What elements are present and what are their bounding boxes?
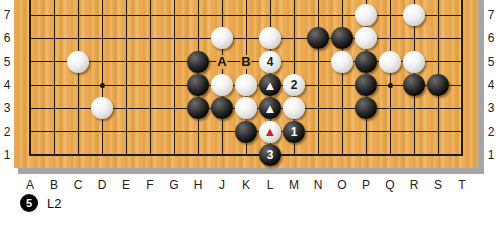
grid-line-vertical-N [318,0,319,156]
column-label-G: G [169,179,178,191]
row-label-right-3: 3 [488,102,495,114]
triangle-mark: ▲ [264,78,277,91]
stone-white-L2: ▲ [259,121,281,143]
column-label-A: A [26,179,34,191]
column-label-P: P [362,179,370,191]
row-label-right-1: 1 [488,149,495,161]
grid-line-horizontal-1 [29,154,463,156]
stone-white-K4 [235,74,257,96]
column-label-D: D [98,179,107,191]
stone-black-L1: 3 [259,144,281,166]
column-label-T: T [458,179,465,191]
grid-line-vertical-D [102,0,103,156]
column-label-R: R [410,179,419,191]
column-label-H: H [194,179,203,191]
column-label-K: K [242,179,250,191]
column-label-C: C [74,179,83,191]
row-label-right-5: 5 [488,56,495,68]
grid-line-vertical-E [126,0,127,156]
stone-white-P7 [355,4,377,26]
stone-white-M4: 2 [283,74,305,96]
board-shadow-right [478,0,484,174]
move-caption: 5 L2 [20,194,61,212]
column-label-Q: Q [385,179,394,191]
column-label-J: J [219,179,225,191]
row-label-right-4: 4 [488,79,495,91]
row-label-left-2: 2 [4,126,11,138]
point-label-B: B [240,55,251,69]
caption-location: L2 [47,196,61,211]
column-label-O: O [337,179,346,191]
grid-line-vertical-B [54,0,55,156]
stone-black-R4 [403,74,425,96]
point-label-A: A [216,55,227,69]
column-label-B: B [50,179,58,191]
grid-line-vertical-G [174,0,175,156]
stone-black-H4 [187,74,209,96]
grid-line-vertical-Q [390,0,391,156]
column-label-N: N [314,179,323,191]
stone-white-J4 [211,74,233,96]
triangle-mark: ▲ [264,101,277,114]
grid-line-vertical-C [78,0,79,156]
go-diagram-page: 77665544332211ABCDEFGHJKLMNOPQRST 4▲2▲▲1… [0,0,500,230]
stone-black-M2: 1 [283,121,305,143]
grid-line-vertical-O [342,0,343,156]
stone-white-O5 [331,51,353,73]
grid-line-horizontal-6 [29,38,463,39]
grid-line-vertical-A [29,0,31,156]
caption-move-number: 5 [26,198,32,209]
star-point-D4 [100,83,105,88]
stone-white-R5 [403,51,425,73]
stone-black-P5 [355,51,377,73]
star-point-Q4 [388,83,393,88]
grid-line-vertical-F [150,0,151,156]
grid-line-horizontal-7 [29,15,463,16]
board-shadow-bottom [18,168,484,174]
stone-white-L5: 4 [259,51,281,73]
stone-black-H5 [187,51,209,73]
column-label-M: M [289,179,299,191]
row-label-left-5: 5 [4,56,11,68]
stone-black-P4 [355,74,377,96]
stone-white-C5 [67,51,89,73]
row-label-right-6: 6 [488,32,495,44]
grid-line-vertical-T [461,0,463,156]
red-triangle-mark: ▲ [264,125,277,138]
column-label-F: F [146,179,153,191]
row-label-left-4: 4 [4,79,11,91]
column-label-L: L [267,179,274,191]
stone-white-R7 [403,4,425,26]
row-label-left-6: 6 [4,32,11,44]
column-label-E: E [122,179,130,191]
row-label-left-7: 7 [4,9,11,21]
stone-white-Q5 [379,51,401,73]
stone-black-L4: ▲ [259,74,281,96]
column-label-S: S [434,179,442,191]
stone-black-K2 [235,121,257,143]
row-label-left-3: 3 [4,102,11,114]
stone-black-S4 [427,74,449,96]
row-label-right-2: 2 [488,126,495,138]
caption-black-stone: 5 [20,194,38,212]
row-label-left-1: 1 [4,149,11,161]
row-label-right-7: 7 [488,9,495,21]
